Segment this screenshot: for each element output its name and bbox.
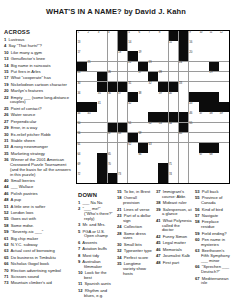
grid-cell[interactable]: 47: [199, 112, 209, 122]
grid-cell[interactable]: 57: [108, 133, 118, 143]
clue: 38 Mideast ruler: [156, 201, 192, 206]
clue-number: 67: [195, 276, 200, 281]
grid-cell[interactable]: [158, 153, 168, 163]
clue: 39 Salesperson, at a glance: [156, 208, 192, 218]
clue-number: 46: [156, 247, 161, 252]
grid-cell[interactable]: [169, 143, 179, 153]
grid-cell[interactable]: 32: [148, 82, 158, 92]
grid-cell[interactable]: 15: [169, 41, 179, 51]
grid-cell[interactable]: [118, 102, 128, 112]
grid-cell[interactable]: [87, 133, 97, 143]
clue-number: 31: [4, 138, 9, 143]
clue-number: 71: [4, 274, 9, 279]
clue-number: 56: [195, 207, 200, 212]
grid-cell[interactable]: 33: [179, 82, 189, 92]
cell-number: 26: [108, 71, 111, 74]
grid-cell[interactable]: [128, 163, 138, 173]
grid-cell[interactable]: [199, 62, 209, 72]
grid-cell[interactable]: [148, 102, 158, 112]
down-clue-column-4: 53 Pull back55 Province of Canada56 Kind…: [195, 190, 230, 288]
grid-cell[interactable]: [179, 92, 189, 102]
grid-cell[interactable]: 34: [77, 92, 87, 102]
grid-cell[interactable]: [148, 173, 158, 183]
clue: 63 Actual cost of borrowing: [4, 249, 72, 254]
grid-cell[interactable]: 10: [199, 31, 209, 41]
grid-cell[interactable]: [209, 163, 219, 173]
grid-cell[interactable]: 31: [128, 82, 138, 92]
clue-number: 9: [78, 259, 80, 264]
clue-number: 41: [156, 218, 161, 223]
clue: 27 Perpendicular: [4, 120, 72, 125]
clue-number: 58: [195, 219, 200, 224]
grid-cell[interactable]: 45: [87, 112, 97, 122]
grid-cell[interactable]: 4: [108, 31, 118, 41]
grid-cell[interactable]: [87, 41, 97, 51]
grid-cell[interactable]: [128, 72, 138, 82]
grid-cell[interactable]: 26: [108, 72, 118, 82]
grid-cell[interactable]: [148, 153, 158, 163]
grid-cell[interactable]: 8: [158, 31, 168, 41]
grid-cell[interactable]: [158, 143, 168, 153]
clue: 25 Point of contact?: [4, 107, 72, 112]
grid-cell[interactable]: [138, 112, 148, 122]
grid-cell[interactable]: [158, 41, 168, 51]
cell-number: 31: [128, 82, 131, 85]
grid-cell[interactable]: [199, 123, 209, 133]
clue-number: 8: [78, 253, 80, 258]
grid-cell[interactable]: 67: [199, 153, 209, 163]
grid-cell[interactable]: [179, 173, 189, 183]
clue-number: 24: [117, 224, 122, 229]
grid-cell[interactable]: 40: [169, 92, 179, 102]
clue-number: 70: [4, 268, 9, 273]
grid-cell[interactable]: 36: [108, 92, 118, 102]
grid-cell[interactable]: [148, 92, 158, 102]
black-square: [179, 31, 189, 41]
grid-cell[interactable]: [209, 133, 219, 143]
grid-cell[interactable]: 74: [169, 173, 179, 183]
cell-number: 4: [108, 31, 109, 34]
clue: 66 Nicholas Gogol book: [4, 262, 72, 267]
grid-cell[interactable]: [199, 41, 209, 51]
grid-cell[interactable]: 60: [179, 133, 189, 143]
cell-number: 17: [77, 51, 80, 54]
grid-cell[interactable]: [219, 123, 229, 133]
grid-cell[interactable]: 21: [87, 62, 97, 72]
clue-number: 53: [195, 189, 200, 194]
clue-number: 55: [4, 216, 9, 221]
cell-number: 69: [77, 163, 80, 166]
grid-cell[interactable]: [189, 72, 199, 82]
clue: 67 Mediterranean isle: [195, 277, 230, 287]
clue: 32 Typewriter type: [117, 249, 153, 254]
cell-number: 21: [88, 61, 91, 64]
grid-cell[interactable]: [158, 133, 168, 143]
grid-cell[interactable]: 6: [138, 31, 148, 41]
grid-cell[interactable]: [179, 163, 189, 173]
cell-number: 7: [149, 31, 150, 34]
clue-number: 37: [156, 189, 161, 194]
cell-number: 34: [77, 92, 80, 95]
cell-number: 44: [77, 112, 80, 115]
grid-cell[interactable]: 38: [138, 92, 148, 102]
clue-number: 29: [4, 125, 9, 130]
cell-number: 5: [128, 31, 129, 34]
clue-number: 51: [4, 204, 9, 209]
grid-cell[interactable]: 39: [158, 92, 168, 102]
clue: 65 Do business in Timbuktu: [4, 256, 72, 261]
clue-number: 65: [4, 255, 9, 260]
crossword-grid[interactable]: 1234567891011121314151617181920212223242…: [76, 30, 230, 184]
grid-cell[interactable]: [128, 153, 138, 163]
cell-number: 43: [189, 102, 192, 105]
grid-cell[interactable]: [169, 51, 179, 61]
clue: 61 Big chip maker: [4, 237, 72, 242]
clue: 71 Scissors sound: [4, 275, 72, 280]
clue: 47 Journalist Kalb: [156, 254, 192, 259]
cell-number: 6: [138, 31, 139, 34]
clue-number: 25: [4, 106, 9, 111]
grid-cell[interactable]: [199, 72, 209, 82]
grid-cell[interactable]: [209, 82, 219, 92]
clue-number: 59: [195, 231, 200, 236]
grid-cell[interactable]: [87, 92, 97, 102]
across-header: ACROSS: [4, 29, 30, 35]
cell-number: 9: [189, 31, 190, 34]
grid-cell[interactable]: [199, 133, 209, 143]
clue-number: 35: [117, 261, 122, 266]
clue-number: 28: [117, 231, 122, 236]
grid-cell[interactable]: [189, 62, 199, 72]
grid-cell[interactable]: [108, 51, 118, 61]
grid-cell[interactable]: [138, 163, 148, 173]
cell-number: 19: [138, 51, 141, 54]
clue-number: 42: [156, 234, 161, 239]
grid-cell[interactable]: [209, 41, 219, 51]
grid-cell[interactable]: [209, 173, 219, 183]
clue-number: 30: [117, 242, 122, 247]
grid-cell[interactable]: [138, 173, 148, 183]
cell-number: 53: [159, 122, 162, 125]
clue: 56 Kind of bird: [195, 208, 230, 213]
clue: 37 Immigrant's course: Abbr.: [156, 190, 192, 200]
grid-cell[interactable]: [209, 51, 219, 61]
clue-number: 60: [195, 237, 200, 242]
grid-cell[interactable]: [148, 163, 158, 173]
grid-cell[interactable]: [189, 133, 199, 143]
grid-cell[interactable]: 59: [138, 133, 148, 143]
clue: 55 Province of Canada: [195, 196, 230, 206]
grid-cell[interactable]: 41: [97, 102, 107, 112]
clue: 66 "Sprechen ___ Deutsch?": [195, 265, 230, 275]
cell-number: 14: [128, 41, 131, 44]
grid-cell[interactable]: [87, 123, 97, 133]
clue: 12 Rhythm and blues, e.g.: [78, 289, 114, 299]
grid-cell[interactable]: 49: [219, 112, 229, 122]
clue-number: 22: [4, 95, 9, 100]
clue: 63 Beethoven's Fifth Symphony ___ minor: [195, 249, 230, 263]
grid-cell[interactable]: [219, 133, 229, 143]
grid-cell[interactable]: [87, 143, 97, 153]
grid-cell[interactable]: 27: [138, 72, 148, 82]
grid-cell[interactable]: [189, 143, 199, 153]
cell-number: 35: [98, 92, 101, 95]
clue: 42 Funny Simon: [156, 235, 192, 240]
grid-cell[interactable]: [199, 173, 209, 183]
grid-cell[interactable]: 20: [189, 51, 199, 61]
clue: 58 Some mdse.: [4, 224, 72, 229]
clue: 48 A pup: [4, 198, 72, 203]
clue-number: 4: [4, 43, 6, 48]
clue-number: 3: [78, 222, 80, 227]
grid-cell[interactable]: [199, 51, 209, 61]
black-square: [199, 92, 209, 102]
grid-cell[interactable]: [118, 72, 128, 82]
grid-cell[interactable]: [189, 173, 199, 183]
grid-cell[interactable]: [128, 173, 138, 183]
cell-number: 68: [210, 153, 213, 156]
grid-cell[interactable]: [97, 51, 107, 61]
grid-cell[interactable]: [219, 62, 229, 72]
cell-number: 20: [189, 51, 192, 54]
clue-number: 39: [156, 207, 161, 212]
grid-cell[interactable]: [219, 72, 229, 82]
grid-cell[interactable]: [87, 153, 97, 163]
clue-number: 63: [195, 248, 200, 253]
grid-cell[interactable]: 58: [118, 133, 128, 143]
grid-cell[interactable]: 19: [138, 51, 148, 61]
clue: 21 Lines of verse: [117, 208, 153, 213]
grid-cell[interactable]: [169, 133, 179, 143]
clue-number: 34: [117, 255, 122, 260]
grid-cell[interactable]: [219, 143, 229, 153]
clue: 73 Mountain climber's aid: [4, 281, 72, 286]
grid-cell[interactable]: 2: [87, 31, 97, 41]
cell-number: 29: [210, 71, 213, 74]
grid-cell[interactable]: 28: [158, 72, 168, 82]
clue: 53 Pull back: [195, 190, 230, 195]
black-square: [108, 173, 118, 183]
grid-cell[interactable]: [158, 51, 168, 61]
grid-cell[interactable]: [118, 153, 128, 163]
grid-cell[interactable]: 11: [209, 31, 219, 41]
grid-cell[interactable]: [169, 62, 179, 72]
clue: 45 Legal matter: [156, 241, 192, 246]
grid-cell[interactable]: 3: [97, 31, 107, 41]
clue-number: 20: [4, 88, 9, 93]
grid-cell[interactable]: [199, 82, 209, 92]
grid-cell[interactable]: [179, 102, 189, 112]
clue-number: 36: [4, 157, 9, 162]
grid-cell[interactable]: 42: [128, 102, 138, 112]
grid-cell[interactable]: [219, 173, 229, 183]
down-clue-column-2: 15 To be, in Brest18 Overall provision21…: [117, 190, 153, 278]
black-square: [97, 163, 107, 173]
down-header: DOWN: [78, 192, 114, 199]
clue: 51 A little one is softer: [4, 205, 72, 210]
clue-number: 17: [4, 75, 9, 80]
grid-cell[interactable]: 53: [158, 123, 168, 133]
cell-number: 60: [179, 132, 182, 135]
grid-cell[interactable]: [189, 82, 199, 92]
grid-cell[interactable]: [219, 92, 229, 102]
clue-number: 15: [117, 189, 122, 194]
grid-cell[interactable]: [118, 112, 128, 122]
grid-cell[interactable]: [108, 102, 118, 112]
grid-cell[interactable]: 63: [148, 143, 158, 153]
black-square: [97, 153, 107, 163]
clue-number: 33: [4, 144, 9, 149]
cell-number: 30: [77, 82, 80, 85]
grid-cell[interactable]: [158, 102, 168, 112]
grid-cell[interactable]: 7: [148, 31, 158, 41]
cell-number: 24: [179, 61, 182, 64]
clue-number: 7: [78, 246, 80, 251]
grid-cell[interactable]: [189, 163, 199, 173]
grid-cell[interactable]: [87, 72, 97, 82]
clue: 41 What Polynesia called the doctor: [156, 219, 192, 233]
grid-cell[interactable]: [219, 51, 229, 61]
grid-cell[interactable]: 18: [118, 51, 128, 61]
grid-cell[interactable]: 17: [77, 51, 87, 61]
clue: 33 A nosy newsmonger: [4, 145, 72, 150]
grid-cell[interactable]: 54: [169, 123, 179, 133]
grid-cell[interactable]: [87, 163, 97, 173]
cell-number: 40: [169, 92, 172, 95]
clue: 13 Genuflector's knee: [4, 57, 72, 62]
grid-cell[interactable]: 72: [77, 173, 87, 183]
clue-number: 1: [4, 37, 6, 42]
grid-cell[interactable]: [97, 112, 107, 122]
cell-number: 55: [189, 122, 192, 125]
down-clue-list-3: 37 Immigrant's course: Abbr.38 Mideast r…: [156, 190, 192, 265]
cell-number: 61: [77, 143, 80, 146]
grid-cell[interactable]: [87, 82, 97, 92]
across-clue-list: 1 Lustrous4 Say "That hurts!"?10 Like ma…: [4, 38, 72, 288]
clue-number: 58: [4, 223, 9, 228]
down-clue-list-2: 15 To be, in Brest18 Overall provision21…: [117, 190, 153, 277]
grid-cell[interactable]: [219, 153, 229, 163]
grid-cell[interactable]: [108, 41, 118, 51]
grid-cell[interactable]: [219, 82, 229, 92]
cell-number: 52: [149, 122, 152, 125]
clue-number: 1: [78, 200, 80, 205]
grid-cell[interactable]: [179, 153, 189, 163]
grid-cell[interactable]: [97, 143, 107, 153]
clue: 55 Goes out with: [4, 217, 72, 222]
clue: 1 Lustrous: [4, 38, 72, 43]
clue: 48 First part: [156, 261, 192, 266]
grid-cell[interactable]: 51: [128, 123, 138, 133]
clue: 35 Marketing strategy: [4, 152, 72, 157]
grid-cell[interactable]: 37: [118, 92, 128, 102]
clue-number: 18: [117, 195, 122, 200]
grid-cell[interactable]: 14: [128, 41, 138, 51]
clue: 70 Election advertising symbol: [4, 269, 72, 274]
grid-cell[interactable]: [138, 102, 148, 112]
grid-cell[interactable]: [87, 173, 97, 183]
grid-cell[interactable]: [148, 41, 158, 51]
black-square: [179, 112, 189, 122]
cell-number: 25: [77, 71, 80, 74]
black-square: [97, 173, 107, 183]
grid-cell[interactable]: [189, 153, 199, 163]
clue-number: 48: [4, 197, 9, 202]
clue: 34 Perfect score: [117, 256, 153, 261]
grid-cell[interactable]: 29: [209, 72, 219, 82]
grid-cell[interactable]: [97, 133, 107, 143]
clue-number: 12: [78, 288, 83, 293]
grid-cell[interactable]: [169, 102, 179, 112]
grid-cell[interactable]: 55: [189, 123, 199, 133]
grid-cell[interactable]: [169, 72, 179, 82]
grid-cell[interactable]: [199, 163, 209, 173]
grid-cell[interactable]: [97, 123, 107, 133]
cell-number: 63: [149, 143, 152, 146]
clue: 10 Like many a gym: [4, 51, 72, 56]
cell-number: 65: [108, 153, 111, 156]
grid-cell[interactable]: [97, 41, 107, 51]
clue-number: 59: [4, 229, 9, 234]
grid-cell[interactable]: [97, 62, 107, 72]
grid-cell[interactable]: [148, 133, 158, 143]
grid-cell[interactable]: [209, 123, 219, 133]
grid-cell[interactable]: 56: [77, 133, 87, 143]
grid-cell[interactable]: 66: [138, 153, 148, 163]
grid-cell[interactable]: [219, 163, 229, 173]
grid-cell[interactable]: 23: [148, 62, 158, 72]
clue: 9 Australian filmmaker: [78, 260, 114, 270]
grid-cell[interactable]: 62: [128, 143, 138, 153]
grid-cell[interactable]: [118, 143, 128, 153]
down-clue-list-4: 53 Pull back55 Province of Canada56 Kind…: [195, 190, 230, 286]
clue-number: 63: [4, 248, 9, 253]
clue: 15 Put fires in Arles: [4, 70, 72, 75]
down-clue-column-1: DOWN 1 ___ Na Na2 "___ me!" ("Who's ther…: [78, 190, 114, 300]
grid-cell[interactable]: [108, 112, 118, 122]
cell-number: 67: [199, 153, 202, 156]
cell-number: 58: [118, 132, 121, 135]
cell-number: 13: [77, 41, 80, 44]
grid-cell[interactable]: [118, 62, 128, 72]
grid-cell[interactable]: [179, 72, 189, 82]
clue: 35 Longtime variety show hosts: [117, 262, 153, 276]
clue-number: 44: [4, 184, 9, 189]
clue: 36 Winner of the 2001 American Crossword…: [4, 158, 72, 177]
clue: 30 Ex-relief pitcher Robb: [4, 133, 72, 138]
cell-number: 45: [88, 112, 91, 115]
clue: 8 Most tidy: [78, 254, 114, 259]
grid-cell[interactable]: 25: [77, 72, 87, 82]
cell-number: 62: [128, 143, 131, 146]
grid-cell[interactable]: 12: [219, 31, 229, 41]
cell-number: 11: [210, 31, 213, 34]
grid-cell[interactable]: 24: [179, 62, 189, 72]
grid-cell[interactable]: [219, 41, 229, 51]
grid-cell[interactable]: 22: [128, 62, 138, 72]
clue: 18 Overall provision: [117, 196, 153, 206]
grid-cell[interactable]: 52: [148, 123, 158, 133]
grid-cell[interactable]: [179, 143, 189, 153]
grid-cell[interactable]: 70: [108, 163, 118, 173]
clue: 46 Polish pastries: [4, 192, 72, 197]
grid-cell[interactable]: 73: [118, 173, 128, 183]
grid-cell[interactable]: 48: [209, 112, 219, 122]
clue: 59 "Seventy-six ___": [4, 230, 72, 235]
cell-number: 41: [98, 102, 101, 105]
grid-cell[interactable]: 68: [209, 153, 219, 163]
cell-number: 42: [128, 102, 131, 105]
